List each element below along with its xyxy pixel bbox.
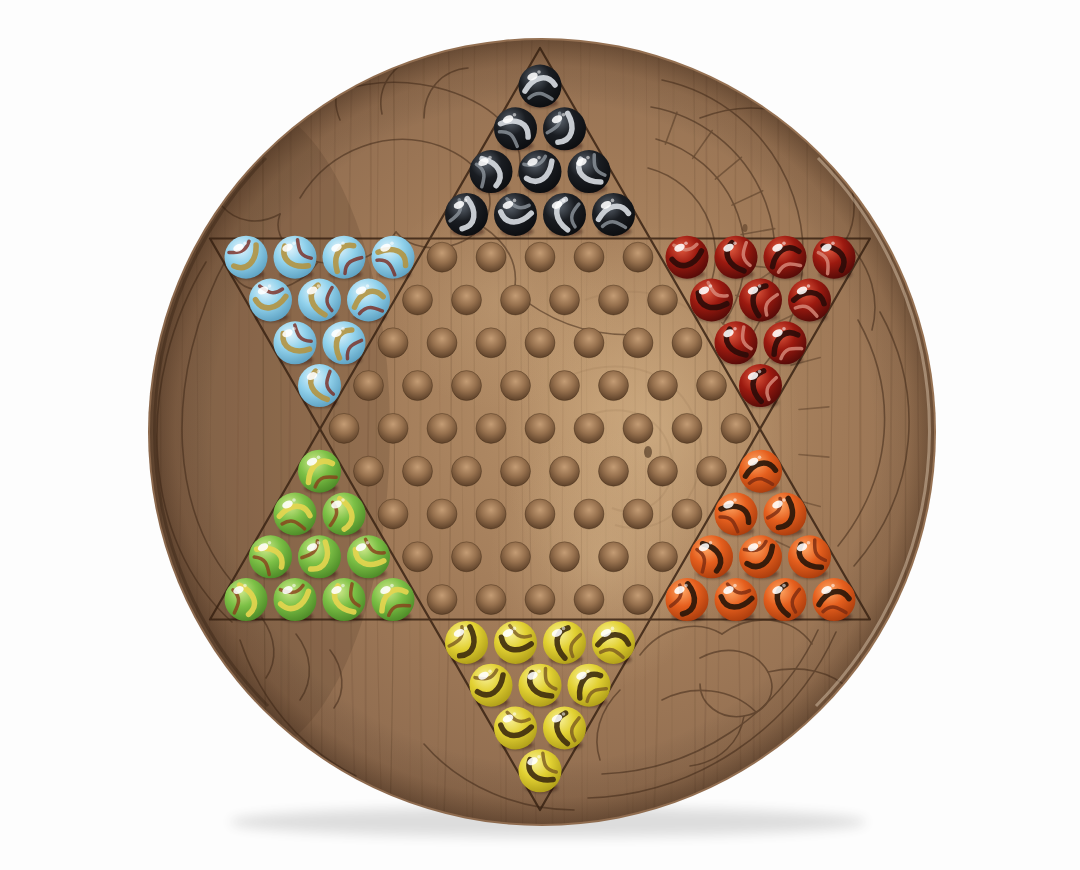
hole-r8-c7[interactable] — [672, 413, 702, 443]
specular-dot — [317, 541, 321, 545]
specular-dot — [390, 584, 394, 588]
specular-dot — [831, 241, 835, 245]
hole-r4-c6[interactable] — [525, 242, 555, 272]
hole-r10-c3[interactable] — [427, 499, 457, 529]
hole-r12-c6[interactable] — [525, 585, 555, 615]
specular-dot — [464, 199, 468, 203]
hole-r8-c1[interactable] — [378, 413, 408, 443]
hole-r6-c5[interactable] — [525, 328, 555, 358]
hole-r7-c1[interactable] — [354, 371, 384, 401]
specular-dot — [733, 327, 737, 331]
hole-r4-c5[interactable] — [476, 242, 506, 272]
specular-dot — [807, 284, 811, 288]
hole-r4-c4[interactable] — [427, 242, 457, 272]
specular-dot — [586, 669, 590, 673]
hole-r8-c2[interactable] — [427, 413, 457, 443]
specular-dot — [562, 199, 566, 203]
hole-r8-c3[interactable] — [476, 413, 506, 443]
hole-r11-c7[interactable] — [599, 542, 629, 572]
specular-dot — [366, 284, 370, 288]
specular-dot — [366, 541, 370, 545]
hole-r12-c7[interactable] — [574, 585, 604, 615]
hole-r8-c0[interactable] — [329, 413, 359, 443]
specular-dot — [733, 584, 737, 588]
hole-r5-c4[interactable] — [452, 285, 482, 315]
specular-dot — [268, 541, 272, 545]
specular-dot — [537, 755, 541, 759]
hole-r6-c3[interactable] — [427, 328, 457, 358]
specular-dot — [390, 241, 394, 245]
hole-r11-c3[interactable] — [403, 542, 433, 572]
specular-dot — [733, 241, 737, 245]
hole-r12-c4[interactable] — [427, 585, 457, 615]
hole-r7-c5[interactable] — [550, 371, 580, 401]
hole-r7-c8[interactable] — [697, 371, 727, 401]
hole-r11-c8[interactable] — [648, 542, 678, 572]
hole-r6-c4[interactable] — [476, 328, 506, 358]
specular-dot — [341, 327, 345, 331]
specular-dot — [733, 498, 737, 502]
hole-r7-c3[interactable] — [452, 371, 482, 401]
specular-dot — [758, 284, 762, 288]
specular-dot — [243, 584, 247, 588]
specular-dot — [611, 627, 615, 631]
specular-dot — [758, 541, 762, 545]
specular-dot — [464, 627, 468, 631]
specular-dot — [782, 584, 786, 588]
hole-r4-c7[interactable] — [574, 242, 604, 272]
hole-r9-c1[interactable] — [354, 456, 384, 486]
specular-dot — [684, 584, 688, 588]
hole-r5-c6[interactable] — [550, 285, 580, 315]
hole-r12-c8[interactable] — [623, 585, 653, 615]
hole-r9-c2[interactable] — [403, 456, 433, 486]
specular-dot — [268, 284, 272, 288]
scene — [0, 0, 1080, 870]
hole-r7-c4[interactable] — [501, 371, 531, 401]
hole-r12-c5[interactable] — [476, 585, 506, 615]
specular-dot — [782, 498, 786, 502]
specular-dot — [758, 455, 762, 459]
specular-dot — [782, 327, 786, 331]
specular-dot — [292, 498, 296, 502]
specular-dot — [562, 113, 566, 117]
specular-dot — [317, 370, 321, 374]
hole-r11-c6[interactable] — [550, 542, 580, 572]
hole-r6-c7[interactable] — [623, 328, 653, 358]
specular-dot — [513, 627, 517, 631]
hole-r7-c7[interactable] — [648, 371, 678, 401]
specular-dot — [831, 584, 835, 588]
hole-r9-c4[interactable] — [501, 456, 531, 486]
hole-r6-c6[interactable] — [574, 328, 604, 358]
hole-r9-c6[interactable] — [599, 456, 629, 486]
specular-dot — [537, 156, 541, 160]
hole-r9-c8[interactable] — [697, 456, 727, 486]
hole-r5-c7[interactable] — [599, 285, 629, 315]
hole-r10-c5[interactable] — [525, 499, 555, 529]
specular-dot — [758, 370, 762, 374]
specular-dot — [513, 199, 517, 203]
hole-r7-c2[interactable] — [403, 371, 433, 401]
hole-r11-c4[interactable] — [452, 542, 482, 572]
hole-r10-c2[interactable] — [378, 499, 408, 529]
hole-r6-c2[interactable] — [378, 328, 408, 358]
hole-r6-c8[interactable] — [672, 328, 702, 358]
hole-r4-c8[interactable] — [623, 242, 653, 272]
specular-dot — [292, 327, 296, 331]
specular-dot — [243, 241, 247, 245]
specular-dot — [341, 241, 345, 245]
hole-r9-c5[interactable] — [550, 456, 580, 486]
hole-r9-c3[interactable] — [452, 456, 482, 486]
chinese-checkers-board-svg — [0, 0, 1080, 870]
specular-dot — [709, 541, 713, 545]
specular-dot — [709, 284, 713, 288]
hole-r8-c6[interactable] — [623, 413, 653, 443]
specular-dot — [488, 156, 492, 160]
hole-r10-c6[interactable] — [574, 499, 604, 529]
hole-r10-c8[interactable] — [672, 499, 702, 529]
specular-dot — [807, 541, 811, 545]
hole-r10-c7[interactable] — [623, 499, 653, 529]
hole-r5-c8[interactable] — [648, 285, 678, 315]
specular-dot — [684, 241, 688, 245]
specular-dot — [513, 712, 517, 716]
specular-dot — [488, 669, 492, 673]
specular-dot — [341, 498, 345, 502]
hole-r8-c4[interactable] — [525, 413, 555, 443]
hole-r8-c5[interactable] — [574, 413, 604, 443]
specular-dot — [317, 284, 321, 288]
specular-dot — [562, 712, 566, 716]
specular-dot — [513, 113, 517, 117]
hole-r7-c6[interactable] — [599, 371, 629, 401]
hole-r8-c8[interactable] — [721, 413, 751, 443]
specular-dot — [537, 669, 541, 673]
hole-r9-c7[interactable] — [648, 456, 678, 486]
specular-dot — [317, 455, 321, 459]
specular-dot — [586, 156, 590, 160]
specular-dot — [292, 241, 296, 245]
specular-dot — [611, 199, 615, 203]
specular-dot — [341, 584, 345, 588]
hole-r11-c5[interactable] — [501, 542, 531, 572]
specular-dot — [292, 584, 296, 588]
specular-dot — [782, 241, 786, 245]
specular-dot — [537, 70, 541, 74]
specular-dot — [562, 627, 566, 631]
hole-r10-c4[interactable] — [476, 499, 506, 529]
hole-r5-c3[interactable] — [403, 285, 433, 315]
hole-r5-c5[interactable] — [501, 285, 531, 315]
